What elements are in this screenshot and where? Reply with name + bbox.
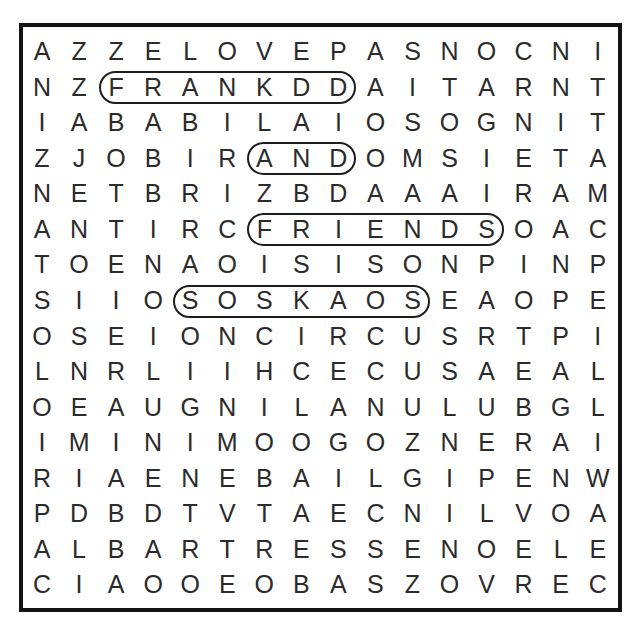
grid-cell: I bbox=[76, 288, 83, 313]
grid-cell: Z bbox=[108, 39, 123, 64]
grid-cell: N bbox=[218, 75, 236, 100]
grid-cell: U bbox=[403, 359, 421, 384]
grid-cell: N bbox=[70, 217, 88, 242]
grid-cell: I bbox=[335, 466, 342, 491]
grid-cell: I bbox=[39, 110, 46, 135]
grid-cell: Z bbox=[405, 572, 420, 597]
grid-cell: S bbox=[330, 537, 347, 562]
grid-cell: S bbox=[71, 324, 88, 349]
grid-cell: B bbox=[145, 181, 162, 206]
grid-cell: E bbox=[589, 288, 606, 313]
grid-cell: O bbox=[403, 252, 422, 277]
grid-cell: B bbox=[515, 395, 532, 420]
grid-cell: N bbox=[552, 75, 570, 100]
grid-cell: A bbox=[367, 75, 384, 100]
grid-cell: N bbox=[515, 110, 533, 135]
grid-cell: I bbox=[113, 288, 120, 313]
grid-cell: E bbox=[330, 501, 347, 526]
grid-cell: A bbox=[552, 181, 569, 206]
grid-cell: A bbox=[589, 501, 606, 526]
grid-cell: L bbox=[294, 395, 308, 420]
grid-cell: N bbox=[70, 359, 88, 384]
grid-cell: P bbox=[330, 39, 347, 64]
grid-cell: O bbox=[255, 572, 274, 597]
grid-cell: A bbox=[182, 75, 199, 100]
grid-cell: B bbox=[108, 501, 125, 526]
grid-cell: O bbox=[218, 252, 237, 277]
grid-cell: S bbox=[441, 324, 458, 349]
grid-cell: P bbox=[552, 288, 569, 313]
grid-cell: R bbox=[329, 324, 347, 349]
grid-cell: A bbox=[256, 146, 273, 171]
grid-cell: U bbox=[478, 395, 496, 420]
grid-cell: E bbox=[145, 39, 162, 64]
grid-cell: I bbox=[409, 75, 416, 100]
grid-cell: O bbox=[69, 252, 88, 277]
grid-cell: O bbox=[180, 324, 199, 349]
grid-cell: M bbox=[217, 430, 238, 455]
grid-cell: O bbox=[143, 572, 162, 597]
grid-cell: R bbox=[515, 430, 533, 455]
grid-cell: V bbox=[256, 39, 273, 64]
grid-cell: T bbox=[553, 146, 568, 171]
grid-cell: R bbox=[515, 572, 533, 597]
grid-cell: I bbox=[335, 252, 342, 277]
grid-cell: I bbox=[483, 181, 490, 206]
grid-cell: D bbox=[329, 181, 347, 206]
grid-cell: I bbox=[335, 110, 342, 135]
grid-cell: C bbox=[366, 501, 384, 526]
grid-cell: V bbox=[219, 501, 236, 526]
grid-cell: N bbox=[403, 501, 421, 526]
grid-cell: U bbox=[403, 395, 421, 420]
grid-cell: E bbox=[71, 395, 88, 420]
grid-cell: S bbox=[256, 288, 273, 313]
grid-cell: A bbox=[293, 110, 310, 135]
grid-cell: N bbox=[366, 395, 384, 420]
grid-cell: P bbox=[552, 324, 569, 349]
grid-cell: L bbox=[257, 110, 271, 135]
grid-cell: A bbox=[34, 39, 51, 64]
grid-cell: E bbox=[108, 324, 125, 349]
grid-cell: I bbox=[76, 466, 83, 491]
grid-cell: O bbox=[255, 430, 274, 455]
grid-cell: I bbox=[224, 110, 231, 135]
grid-cell: L bbox=[443, 395, 457, 420]
grid-cell: S bbox=[34, 288, 51, 313]
grid-cell: O bbox=[292, 430, 311, 455]
grid-cell: T bbox=[257, 501, 272, 526]
grid-cell: N bbox=[33, 181, 51, 206]
grid-cell: S bbox=[441, 359, 458, 384]
grid-cell: A bbox=[367, 181, 384, 206]
grid-cell: B bbox=[256, 466, 273, 491]
grid-cell: S bbox=[478, 217, 495, 242]
grid-cell: C bbox=[255, 324, 273, 349]
grid-cell: A bbox=[330, 572, 347, 597]
grid-cell: I bbox=[261, 395, 268, 420]
grid-cell: I bbox=[483, 146, 490, 171]
grid-cell: A bbox=[182, 252, 199, 277]
grid-cell: R bbox=[33, 466, 51, 491]
grid-cell: K bbox=[256, 75, 273, 100]
grid-cell: I bbox=[594, 39, 601, 64]
grid-cell: S bbox=[182, 288, 199, 313]
grid-cell: P bbox=[478, 466, 495, 491]
grid-cell: O bbox=[106, 146, 125, 171]
grid-cell: T bbox=[590, 110, 605, 135]
grid-cell: O bbox=[366, 146, 385, 171]
grid-cell: E bbox=[293, 39, 310, 64]
grid-cell: A bbox=[478, 288, 495, 313]
grid-cell: I bbox=[187, 146, 194, 171]
grid-cell: T bbox=[590, 75, 605, 100]
grid-cell: G bbox=[477, 110, 496, 135]
grid-cell: N bbox=[218, 395, 236, 420]
grid-cell: J bbox=[73, 146, 86, 171]
grid-cell: W bbox=[586, 466, 610, 491]
grid-cell: R bbox=[255, 537, 273, 562]
grid-cell: A bbox=[330, 395, 347, 420]
grid-cell: I bbox=[224, 181, 231, 206]
grid-cell: L bbox=[591, 395, 605, 420]
grid-cell: A bbox=[441, 181, 458, 206]
grid-cell: I bbox=[335, 217, 342, 242]
grid-cell: D bbox=[144, 501, 162, 526]
grid-cell: E bbox=[71, 181, 88, 206]
grid-cell: T bbox=[183, 501, 198, 526]
grid-cell: A bbox=[330, 288, 347, 313]
grid-cell: E bbox=[108, 252, 125, 277]
grid-cell: S bbox=[293, 252, 310, 277]
grid-cell: R bbox=[107, 359, 125, 384]
grid-cell: A bbox=[108, 466, 125, 491]
grid-cell: Z bbox=[71, 75, 86, 100]
grid-cell: I bbox=[39, 430, 46, 455]
grid-cell: F bbox=[257, 217, 272, 242]
grid-cell: N bbox=[552, 466, 570, 491]
grid-cell: U bbox=[403, 324, 421, 349]
grid-cell: A bbox=[552, 359, 569, 384]
grid-cell: L bbox=[368, 466, 382, 491]
grid-cell: L bbox=[591, 359, 605, 384]
grid-cell: B bbox=[108, 537, 125, 562]
grid-cell: D bbox=[70, 501, 88, 526]
grid-cell: R bbox=[218, 146, 236, 171]
grid-cell: M bbox=[402, 146, 423, 171]
grid-cell: S bbox=[404, 110, 421, 135]
grid-cell: R bbox=[181, 537, 199, 562]
grid-cell: T bbox=[442, 75, 457, 100]
grid-cell: O bbox=[477, 537, 496, 562]
grid-cell: Z bbox=[71, 39, 86, 64]
grid-cell: C bbox=[33, 572, 51, 597]
grid-cell: T bbox=[108, 181, 123, 206]
grid-cell: L bbox=[183, 39, 197, 64]
grid-cell: N bbox=[181, 466, 199, 491]
grid-cell: O bbox=[143, 288, 162, 313]
grid-cell: G bbox=[180, 395, 199, 420]
grid-cell: S bbox=[367, 252, 384, 277]
grid-cell: C bbox=[589, 217, 607, 242]
grid-cell: A bbox=[34, 537, 51, 562]
grid-cell: N bbox=[441, 537, 459, 562]
grid-cell: I bbox=[446, 466, 453, 491]
grid-cell: T bbox=[220, 537, 235, 562]
grid-cell: I bbox=[261, 252, 268, 277]
grid-cell: A bbox=[34, 217, 51, 242]
grid-cell: C bbox=[292, 359, 310, 384]
grid-cell: M bbox=[69, 430, 90, 455]
grid-cell: A bbox=[367, 39, 384, 64]
grid-cell: D bbox=[329, 146, 347, 171]
grid-cell: O bbox=[32, 395, 51, 420]
grid-cell: L bbox=[35, 359, 49, 384]
grid-cell: T bbox=[34, 252, 49, 277]
grid-cell: T bbox=[516, 324, 531, 349]
grid-cell: R bbox=[515, 75, 533, 100]
grid-cell: A bbox=[404, 181, 421, 206]
grid-cell: O bbox=[366, 430, 385, 455]
grid-cell: A bbox=[478, 359, 495, 384]
grid-cell: I bbox=[76, 572, 83, 597]
grid-cell: A bbox=[293, 466, 310, 491]
grid-cell: O bbox=[218, 288, 237, 313]
grid-cell: O bbox=[551, 501, 570, 526]
grid-cell: O bbox=[32, 324, 51, 349]
grid-cell: N bbox=[33, 75, 51, 100]
grid-cell: R bbox=[144, 75, 162, 100]
grid-cell: E bbox=[330, 359, 347, 384]
grid-cell: A bbox=[145, 537, 162, 562]
grid-cell: B bbox=[145, 146, 162, 171]
grid-cell: S bbox=[367, 572, 384, 597]
grid-cell: I bbox=[520, 252, 527, 277]
grid-cell: L bbox=[146, 359, 160, 384]
grid-cell: H bbox=[255, 359, 273, 384]
grid-cell: A bbox=[108, 395, 125, 420]
grid-cell: E bbox=[219, 572, 236, 597]
grid-cell: E bbox=[552, 572, 569, 597]
grid-cell: D bbox=[292, 75, 310, 100]
grid-cell: V bbox=[515, 501, 532, 526]
grid-cell: N bbox=[552, 252, 570, 277]
grid-cell: B bbox=[293, 181, 310, 206]
grid-cell: K bbox=[293, 288, 310, 313]
grid-cell: E bbox=[441, 288, 458, 313]
grid-cell: E bbox=[478, 430, 495, 455]
grid-cell: N bbox=[552, 39, 570, 64]
grid-cell: N bbox=[441, 252, 459, 277]
grid-cell: N bbox=[441, 430, 459, 455]
grid-cell: C bbox=[589, 572, 607, 597]
grid-cell: U bbox=[144, 395, 162, 420]
grid-cell: A bbox=[293, 501, 310, 526]
grid-cell: E bbox=[515, 466, 532, 491]
grid-cell: I bbox=[594, 430, 601, 455]
grid-cell: N bbox=[218, 324, 236, 349]
grid-cell: V bbox=[478, 572, 495, 597]
grid-cell: D bbox=[441, 217, 459, 242]
grid-cell: M bbox=[587, 181, 608, 206]
grid-cell: E bbox=[145, 466, 162, 491]
grid-cell: A bbox=[71, 110, 88, 135]
grid-cell: A bbox=[145, 110, 162, 135]
grid-cell: I bbox=[298, 324, 305, 349]
grid-cell: C bbox=[366, 359, 384, 384]
grid-cell: N bbox=[144, 430, 162, 455]
grid-cell: O bbox=[514, 217, 533, 242]
grid-cell: S bbox=[404, 39, 421, 64]
grid-cell: O bbox=[440, 572, 459, 597]
grid-cell: I bbox=[150, 324, 157, 349]
grid-cell: G bbox=[551, 395, 570, 420]
grid-cell: S bbox=[367, 537, 384, 562]
grid-cell: E bbox=[404, 537, 421, 562]
grid-cell: N bbox=[403, 217, 421, 242]
grid-cell: A bbox=[589, 146, 606, 171]
grid-cell: B bbox=[182, 110, 199, 135]
grid-cell: R bbox=[515, 181, 533, 206]
grid-cell: Z bbox=[257, 181, 272, 206]
grid-cell: O bbox=[477, 39, 496, 64]
grid-cell: E bbox=[219, 466, 236, 491]
grid-cell: A bbox=[552, 430, 569, 455]
grid-cell: E bbox=[293, 537, 310, 562]
grid-cell: P bbox=[34, 501, 51, 526]
grid-cell: A bbox=[478, 75, 495, 100]
grid-cell: C bbox=[515, 39, 533, 64]
grid-cell: P bbox=[478, 252, 495, 277]
grid-cell: O bbox=[180, 572, 199, 597]
grid-cell: I bbox=[446, 501, 453, 526]
grid-cell: S bbox=[441, 146, 458, 171]
grid-cell: B bbox=[108, 110, 125, 135]
grid-cell: Z bbox=[34, 146, 49, 171]
grid-cell: O bbox=[440, 110, 459, 135]
grid-cell: R bbox=[181, 181, 199, 206]
grid-cell: I bbox=[187, 430, 194, 455]
grid-cell: I bbox=[557, 110, 564, 135]
grid-cell: E bbox=[515, 146, 532, 171]
grid-cell: A bbox=[108, 572, 125, 597]
grid-cell: I bbox=[594, 324, 601, 349]
grid-cell: C bbox=[366, 324, 384, 349]
grid-cell: O bbox=[218, 39, 237, 64]
grid-cell: G bbox=[329, 430, 348, 455]
grid-cell: I bbox=[224, 359, 231, 384]
grid-cell: L bbox=[72, 537, 86, 562]
grid-cell: L bbox=[554, 537, 568, 562]
grid-cell: S bbox=[404, 288, 421, 313]
grid-cell: A bbox=[552, 217, 569, 242]
grid-cell: T bbox=[108, 217, 123, 242]
grid-cell: R bbox=[181, 217, 199, 242]
grid-cell: R bbox=[478, 324, 496, 349]
grid-cell: L bbox=[480, 501, 494, 526]
grid-cell: D bbox=[329, 75, 347, 100]
grid-cell: N bbox=[292, 146, 310, 171]
grid-cell: R bbox=[292, 217, 310, 242]
grid-cell: C bbox=[218, 217, 236, 242]
word-search-board: AZZELOVEPASNOCNINZFRANKDDAITARNTIABABILA… bbox=[0, 0, 640, 640]
grid-cell: P bbox=[589, 252, 606, 277]
grid-cell: I bbox=[187, 359, 194, 384]
grid-cell: N bbox=[441, 39, 459, 64]
grid-cell: O bbox=[366, 288, 385, 313]
grid-cell: F bbox=[108, 75, 123, 100]
grid-cell: Z bbox=[405, 430, 420, 455]
grid-cell: N bbox=[144, 252, 162, 277]
grid-cell: O bbox=[366, 110, 385, 135]
grid-cell: E bbox=[515, 537, 532, 562]
grid-cell: E bbox=[367, 217, 384, 242]
grid-cell: O bbox=[514, 288, 533, 313]
grid-cell: E bbox=[589, 537, 606, 562]
grid-cell: I bbox=[150, 217, 157, 242]
grid-cell: G bbox=[403, 466, 422, 491]
grid-cell: B bbox=[293, 572, 310, 597]
grid-cell: E bbox=[515, 359, 532, 384]
grid-cell: I bbox=[113, 430, 120, 455]
